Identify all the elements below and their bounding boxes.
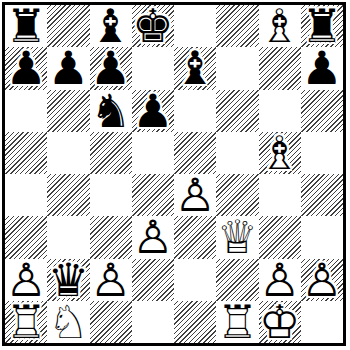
square-b7[interactable]: ♟	[47, 47, 89, 89]
square-e7[interactable]: ♝	[174, 47, 216, 89]
square-h2[interactable]: ♟♙	[301, 259, 343, 301]
piece-outline-layer: ♙	[132, 216, 174, 258]
piece-glyph: ♟	[5, 47, 47, 89]
square-d8[interactable]: ♚	[132, 5, 174, 47]
piece-outline-layer: ♙	[301, 259, 343, 301]
square-h6[interactable]	[301, 90, 343, 132]
square-d1[interactable]	[132, 301, 174, 343]
black-bishop-e7[interactable]: ♝	[174, 47, 216, 89]
chessboard[interactable]: ♜♝♚♝♗♜♟♟♟♝♟♞♟♝♗♟♙♟♙♛♕♟♙♛♟♙♟♙♟♙♜♖♞♘♜♖♚♔	[5, 5, 343, 343]
piece-glyph: ♟	[47, 47, 89, 89]
piece-outline-layer: ♖	[5, 301, 47, 343]
square-c2[interactable]: ♟♙	[90, 259, 132, 301]
piece-glyph: ♟	[301, 47, 343, 89]
square-g8[interactable]: ♝♗	[259, 5, 301, 47]
black-pawn-a7[interactable]: ♟	[5, 47, 47, 89]
square-e1[interactable]	[174, 301, 216, 343]
square-h4[interactable]	[301, 174, 343, 216]
square-b4[interactable]	[47, 174, 89, 216]
piece-outline-layer: ♗	[259, 5, 301, 47]
piece-outline-layer: ♘	[47, 301, 89, 343]
piece-glyph: ♞	[90, 90, 132, 132]
square-f3[interactable]: ♛♕	[216, 216, 258, 258]
square-f7[interactable]	[216, 47, 258, 89]
black-king-d8[interactable]: ♚	[132, 5, 174, 47]
white-bishop-g5[interactable]: ♝♗	[259, 132, 301, 174]
piece-outline-layer: ♙	[90, 259, 132, 301]
piece-outline-layer: ♗	[259, 132, 301, 174]
piece-outline-layer: ♙	[174, 174, 216, 216]
white-queen-f3[interactable]: ♛♕	[216, 216, 258, 258]
square-c1[interactable]	[90, 301, 132, 343]
square-g7[interactable]	[259, 47, 301, 89]
piece-outline-layer: ♔	[259, 301, 301, 343]
piece-glyph: ♟	[132, 90, 174, 132]
square-e2[interactable]	[174, 259, 216, 301]
square-b5[interactable]	[47, 132, 89, 174]
piece-outline-layer: ♕	[216, 216, 258, 258]
square-f8[interactable]	[216, 5, 258, 47]
square-h1[interactable]	[301, 301, 343, 343]
square-c5[interactable]	[90, 132, 132, 174]
white-pawn-d3[interactable]: ♟♙	[132, 216, 174, 258]
square-h5[interactable]	[301, 132, 343, 174]
square-d5[interactable]	[132, 132, 174, 174]
black-pawn-h7[interactable]: ♟	[301, 47, 343, 89]
white-pawn-h2[interactable]: ♟♙	[301, 259, 343, 301]
square-a7[interactable]: ♟	[5, 47, 47, 89]
square-g4[interactable]	[259, 174, 301, 216]
square-e4[interactable]: ♟♙	[174, 174, 216, 216]
square-f5[interactable]	[216, 132, 258, 174]
black-pawn-b7[interactable]: ♟	[47, 47, 89, 89]
square-g5[interactable]: ♝♗	[259, 132, 301, 174]
black-pawn-d6[interactable]: ♟	[132, 90, 174, 132]
white-rook-a1[interactable]: ♜♖	[5, 301, 47, 343]
white-bishop-g8[interactable]: ♝♗	[259, 5, 301, 47]
square-e3[interactable]	[174, 216, 216, 258]
square-e6[interactable]	[174, 90, 216, 132]
square-c6[interactable]: ♞	[90, 90, 132, 132]
white-pawn-c2[interactable]: ♟♙	[90, 259, 132, 301]
piece-glyph: ♝	[174, 47, 216, 89]
square-h7[interactable]: ♟	[301, 47, 343, 89]
square-a1[interactable]: ♜♖	[5, 301, 47, 343]
chess-diagram: ♜♝♚♝♗♜♟♟♟♝♟♞♟♝♗♟♙♟♙♛♕♟♙♛♟♙♟♙♟♙♜♖♞♘♜♖♚♔	[0, 0, 350, 350]
square-g1[interactable]: ♚♔	[259, 301, 301, 343]
white-rook-f1[interactable]: ♜♖	[216, 301, 258, 343]
white-knight-b1[interactable]: ♞♘	[47, 301, 89, 343]
square-f1[interactable]: ♜♖	[216, 301, 258, 343]
square-c4[interactable]	[90, 174, 132, 216]
board-frame: ♜♝♚♝♗♜♟♟♟♝♟♞♟♝♗♟♙♟♙♛♕♟♙♛♟♙♟♙♟♙♜♖♞♘♜♖♚♔	[2, 2, 346, 346]
square-b6[interactable]	[47, 90, 89, 132]
square-f6[interactable]	[216, 90, 258, 132]
square-d3[interactable]: ♟♙	[132, 216, 174, 258]
square-a5[interactable]	[5, 132, 47, 174]
black-knight-c6[interactable]: ♞	[90, 90, 132, 132]
square-a6[interactable]	[5, 90, 47, 132]
piece-glyph: ♚	[132, 5, 174, 47]
square-b1[interactable]: ♞♘	[47, 301, 89, 343]
square-a4[interactable]	[5, 174, 47, 216]
piece-outline-layer: ♖	[216, 301, 258, 343]
square-d6[interactable]: ♟	[132, 90, 174, 132]
white-king-g1[interactable]: ♚♔	[259, 301, 301, 343]
white-pawn-e4[interactable]: ♟♙	[174, 174, 216, 216]
square-d2[interactable]	[132, 259, 174, 301]
